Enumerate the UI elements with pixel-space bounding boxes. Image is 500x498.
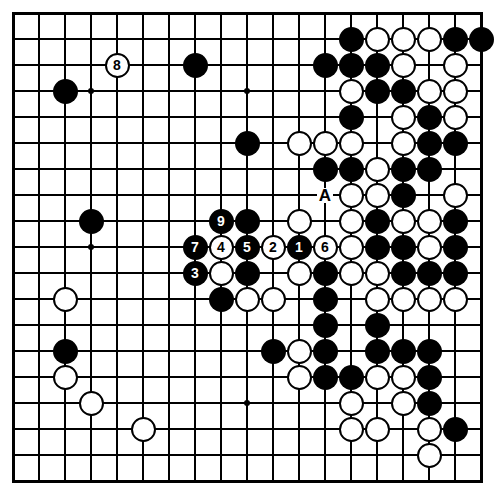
intersection-11-6[interactable] xyxy=(286,156,312,182)
intersection-8-17[interactable] xyxy=(208,442,234,468)
intersection-16-16[interactable] xyxy=(416,416,442,442)
intersection-4-18[interactable] xyxy=(104,468,130,494)
intersection-14-4[interactable] xyxy=(364,104,390,130)
intersection-15-4[interactable] xyxy=(390,104,416,130)
intersection-18-16[interactable] xyxy=(468,416,494,442)
intersection-9-8[interactable] xyxy=(234,208,260,234)
intersection-4-8[interactable] xyxy=(104,208,130,234)
intersection-9-11[interactable] xyxy=(234,286,260,312)
intersection-9-3[interactable] xyxy=(234,78,260,104)
intersection-18-12[interactable] xyxy=(468,312,494,338)
intersection-17-15[interactable] xyxy=(442,390,468,416)
intersection-7-9[interactable]: 7 xyxy=(182,234,208,260)
intersection-7-17[interactable] xyxy=(182,442,208,468)
intersection-15-10[interactable] xyxy=(390,260,416,286)
intersection-7-4[interactable] xyxy=(182,104,208,130)
intersection-10-12[interactable] xyxy=(260,312,286,338)
intersection-18-0[interactable] xyxy=(468,0,494,26)
intersection-3-5[interactable] xyxy=(78,130,104,156)
intersection-14-13[interactable] xyxy=(364,338,390,364)
intersection-14-11[interactable] xyxy=(364,286,390,312)
intersection-13-1[interactable] xyxy=(338,26,364,52)
intersection-15-18[interactable] xyxy=(390,468,416,494)
intersection-2-7[interactable] xyxy=(52,182,78,208)
intersection-2-2[interactable] xyxy=(52,52,78,78)
intersection-0-16[interactable] xyxy=(0,416,26,442)
intersection-1-0[interactable] xyxy=(26,0,52,26)
intersection-11-10[interactable] xyxy=(286,260,312,286)
intersection-0-17[interactable] xyxy=(0,442,26,468)
intersection-4-1[interactable] xyxy=(104,26,130,52)
intersection-8-6[interactable] xyxy=(208,156,234,182)
intersection-9-1[interactable] xyxy=(234,26,260,52)
intersection-8-2[interactable] xyxy=(208,52,234,78)
intersection-12-2[interactable] xyxy=(312,52,338,78)
intersection-4-13[interactable] xyxy=(104,338,130,364)
intersection-2-16[interactable] xyxy=(52,416,78,442)
intersection-0-8[interactable] xyxy=(0,208,26,234)
intersection-13-11[interactable] xyxy=(338,286,364,312)
intersection-5-17[interactable] xyxy=(130,442,156,468)
intersection-6-16[interactable] xyxy=(156,416,182,442)
intersection-3-12[interactable] xyxy=(78,312,104,338)
intersection-14-18[interactable] xyxy=(364,468,390,494)
intersection-6-14[interactable] xyxy=(156,364,182,390)
intersection-10-13[interactable] xyxy=(260,338,286,364)
intersection-1-3[interactable] xyxy=(26,78,52,104)
intersection-15-3[interactable] xyxy=(390,78,416,104)
intersection-9-12[interactable] xyxy=(234,312,260,338)
intersection-7-13[interactable] xyxy=(182,338,208,364)
intersection-11-5[interactable] xyxy=(286,130,312,156)
intersection-1-8[interactable] xyxy=(26,208,52,234)
intersection-0-6[interactable] xyxy=(0,156,26,182)
intersection-15-0[interactable] xyxy=(390,0,416,26)
intersection-17-9[interactable] xyxy=(442,234,468,260)
intersection-1-6[interactable] xyxy=(26,156,52,182)
intersection-13-8[interactable] xyxy=(338,208,364,234)
intersection-5-8[interactable] xyxy=(130,208,156,234)
intersection-11-15[interactable] xyxy=(286,390,312,416)
intersection-3-0[interactable] xyxy=(78,0,104,26)
intersection-3-1[interactable] xyxy=(78,26,104,52)
intersection-18-9[interactable] xyxy=(468,234,494,260)
intersection-0-18[interactable] xyxy=(0,468,26,494)
intersection-17-7[interactable] xyxy=(442,182,468,208)
intersection-14-15[interactable] xyxy=(364,390,390,416)
intersection-4-10[interactable] xyxy=(104,260,130,286)
intersection-8-1[interactable] xyxy=(208,26,234,52)
intersection-5-13[interactable] xyxy=(130,338,156,364)
intersection-18-14[interactable] xyxy=(468,364,494,390)
intersection-2-10[interactable] xyxy=(52,260,78,286)
intersection-2-13[interactable] xyxy=(52,338,78,364)
intersection-12-0[interactable] xyxy=(312,0,338,26)
intersection-6-1[interactable] xyxy=(156,26,182,52)
intersection-16-5[interactable] xyxy=(416,130,442,156)
intersection-3-3[interactable] xyxy=(78,78,104,104)
intersection-2-5[interactable] xyxy=(52,130,78,156)
intersection-16-6[interactable] xyxy=(416,156,442,182)
intersection-8-9[interactable]: 4 xyxy=(208,234,234,260)
intersection-1-5[interactable] xyxy=(26,130,52,156)
intersection-14-2[interactable] xyxy=(364,52,390,78)
intersection-16-11[interactable] xyxy=(416,286,442,312)
intersection-3-16[interactable] xyxy=(78,416,104,442)
intersection-0-9[interactable] xyxy=(0,234,26,260)
intersection-18-17[interactable] xyxy=(468,442,494,468)
intersection-17-3[interactable] xyxy=(442,78,468,104)
intersection-13-4[interactable] xyxy=(338,104,364,130)
intersection-9-13[interactable] xyxy=(234,338,260,364)
intersection-14-6[interactable] xyxy=(364,156,390,182)
intersection-11-18[interactable] xyxy=(286,468,312,494)
intersection-16-0[interactable] xyxy=(416,0,442,26)
intersection-9-2[interactable] xyxy=(234,52,260,78)
intersection-2-14[interactable] xyxy=(52,364,78,390)
intersection-7-14[interactable] xyxy=(182,364,208,390)
intersection-5-5[interactable] xyxy=(130,130,156,156)
intersection-13-12[interactable] xyxy=(338,312,364,338)
intersection-18-15[interactable] xyxy=(468,390,494,416)
intersection-17-12[interactable] xyxy=(442,312,468,338)
intersection-7-16[interactable] xyxy=(182,416,208,442)
intersection-9-15[interactable] xyxy=(234,390,260,416)
intersection-16-8[interactable] xyxy=(416,208,442,234)
intersection-11-17[interactable] xyxy=(286,442,312,468)
intersection-6-17[interactable] xyxy=(156,442,182,468)
intersection-10-5[interactable] xyxy=(260,130,286,156)
intersection-11-0[interactable] xyxy=(286,0,312,26)
intersection-15-5[interactable] xyxy=(390,130,416,156)
intersection-8-5[interactable] xyxy=(208,130,234,156)
intersection-11-8[interactable] xyxy=(286,208,312,234)
intersection-14-16[interactable] xyxy=(364,416,390,442)
intersection-4-15[interactable] xyxy=(104,390,130,416)
intersection-5-16[interactable] xyxy=(130,416,156,442)
intersection-12-13[interactable] xyxy=(312,338,338,364)
intersection-10-0[interactable] xyxy=(260,0,286,26)
intersection-13-6[interactable] xyxy=(338,156,364,182)
intersection-2-9[interactable] xyxy=(52,234,78,260)
intersection-8-7[interactable] xyxy=(208,182,234,208)
intersection-1-18[interactable] xyxy=(26,468,52,494)
intersection-18-7[interactable] xyxy=(468,182,494,208)
intersection-18-4[interactable] xyxy=(468,104,494,130)
intersection-4-14[interactable] xyxy=(104,364,130,390)
intersection-13-13[interactable] xyxy=(338,338,364,364)
intersection-6-2[interactable] xyxy=(156,52,182,78)
intersection-14-14[interactable] xyxy=(364,364,390,390)
intersection-1-7[interactable] xyxy=(26,182,52,208)
intersection-2-6[interactable] xyxy=(52,156,78,182)
intersection-4-4[interactable] xyxy=(104,104,130,130)
intersection-12-4[interactable] xyxy=(312,104,338,130)
intersection-15-2[interactable] xyxy=(390,52,416,78)
intersection-3-11[interactable] xyxy=(78,286,104,312)
intersection-5-0[interactable] xyxy=(130,0,156,26)
intersection-6-0[interactable] xyxy=(156,0,182,26)
intersection-10-9[interactable]: 2 xyxy=(260,234,286,260)
intersection-10-15[interactable] xyxy=(260,390,286,416)
intersection-13-14[interactable] xyxy=(338,364,364,390)
intersection-14-7[interactable] xyxy=(364,182,390,208)
intersection-17-13[interactable] xyxy=(442,338,468,364)
intersection-0-7[interactable] xyxy=(0,182,26,208)
intersection-9-6[interactable] xyxy=(234,156,260,182)
intersection-10-1[interactable] xyxy=(260,26,286,52)
intersection-11-2[interactable] xyxy=(286,52,312,78)
intersection-1-16[interactable] xyxy=(26,416,52,442)
intersection-14-0[interactable] xyxy=(364,0,390,26)
intersection-6-10[interactable] xyxy=(156,260,182,286)
intersection-0-2[interactable] xyxy=(0,52,26,78)
intersection-4-12[interactable] xyxy=(104,312,130,338)
intersection-11-13[interactable] xyxy=(286,338,312,364)
intersection-18-1[interactable] xyxy=(468,26,494,52)
intersection-18-3[interactable] xyxy=(468,78,494,104)
intersection-12-8[interactable] xyxy=(312,208,338,234)
intersection-6-11[interactable] xyxy=(156,286,182,312)
intersection-18-11[interactable] xyxy=(468,286,494,312)
intersection-8-11[interactable] xyxy=(208,286,234,312)
intersection-9-16[interactable] xyxy=(234,416,260,442)
intersection-12-11[interactable] xyxy=(312,286,338,312)
intersection-12-7[interactable]: A xyxy=(312,182,338,208)
intersection-4-6[interactable] xyxy=(104,156,130,182)
intersection-6-4[interactable] xyxy=(156,104,182,130)
intersection-13-10[interactable] xyxy=(338,260,364,286)
intersection-18-5[interactable] xyxy=(468,130,494,156)
intersection-1-9[interactable] xyxy=(26,234,52,260)
intersection-13-18[interactable] xyxy=(338,468,364,494)
intersection-15-15[interactable] xyxy=(390,390,416,416)
intersection-10-16[interactable] xyxy=(260,416,286,442)
intersection-6-9[interactable] xyxy=(156,234,182,260)
intersection-5-12[interactable] xyxy=(130,312,156,338)
intersection-15-16[interactable] xyxy=(390,416,416,442)
intersection-4-0[interactable] xyxy=(104,0,130,26)
intersection-7-1[interactable] xyxy=(182,26,208,52)
intersection-5-9[interactable] xyxy=(130,234,156,260)
intersection-16-2[interactable] xyxy=(416,52,442,78)
intersection-9-9[interactable]: 5 xyxy=(234,234,260,260)
intersection-4-5[interactable] xyxy=(104,130,130,156)
intersection-10-4[interactable] xyxy=(260,104,286,130)
intersection-17-11[interactable] xyxy=(442,286,468,312)
intersection-1-13[interactable] xyxy=(26,338,52,364)
intersection-14-3[interactable] xyxy=(364,78,390,104)
intersection-14-10[interactable] xyxy=(364,260,390,286)
intersection-7-2[interactable] xyxy=(182,52,208,78)
intersection-7-3[interactable] xyxy=(182,78,208,104)
intersection-11-16[interactable] xyxy=(286,416,312,442)
intersection-12-17[interactable] xyxy=(312,442,338,468)
intersection-16-4[interactable] xyxy=(416,104,442,130)
intersection-4-3[interactable] xyxy=(104,78,130,104)
intersection-7-7[interactable] xyxy=(182,182,208,208)
intersection-11-4[interactable] xyxy=(286,104,312,130)
intersection-12-18[interactable] xyxy=(312,468,338,494)
intersection-12-5[interactable] xyxy=(312,130,338,156)
intersection-7-10[interactable]: 3 xyxy=(182,260,208,286)
intersection-3-13[interactable] xyxy=(78,338,104,364)
intersection-1-12[interactable] xyxy=(26,312,52,338)
intersection-16-9[interactable] xyxy=(416,234,442,260)
intersection-17-10[interactable] xyxy=(442,260,468,286)
intersection-13-0[interactable] xyxy=(338,0,364,26)
intersection-9-5[interactable] xyxy=(234,130,260,156)
intersection-15-1[interactable] xyxy=(390,26,416,52)
intersection-8-14[interactable] xyxy=(208,364,234,390)
intersection-16-10[interactable] xyxy=(416,260,442,286)
intersection-3-17[interactable] xyxy=(78,442,104,468)
intersection-6-8[interactable] xyxy=(156,208,182,234)
intersection-7-18[interactable] xyxy=(182,468,208,494)
intersection-13-5[interactable] xyxy=(338,130,364,156)
intersection-4-11[interactable] xyxy=(104,286,130,312)
intersection-3-15[interactable] xyxy=(78,390,104,416)
intersection-7-6[interactable] xyxy=(182,156,208,182)
intersection-0-1[interactable] xyxy=(0,26,26,52)
intersection-10-3[interactable] xyxy=(260,78,286,104)
intersection-13-9[interactable] xyxy=(338,234,364,260)
intersection-10-11[interactable] xyxy=(260,286,286,312)
intersection-1-14[interactable] xyxy=(26,364,52,390)
intersection-16-3[interactable] xyxy=(416,78,442,104)
intersection-1-10[interactable] xyxy=(26,260,52,286)
intersection-10-10[interactable] xyxy=(260,260,286,286)
intersection-11-9[interactable]: 1 xyxy=(286,234,312,260)
intersection-3-10[interactable] xyxy=(78,260,104,286)
intersection-0-12[interactable] xyxy=(0,312,26,338)
intersection-12-16[interactable] xyxy=(312,416,338,442)
intersection-3-6[interactable] xyxy=(78,156,104,182)
intersection-11-12[interactable] xyxy=(286,312,312,338)
intersection-10-8[interactable] xyxy=(260,208,286,234)
intersection-7-15[interactable] xyxy=(182,390,208,416)
intersection-1-2[interactable] xyxy=(26,52,52,78)
intersection-17-17[interactable] xyxy=(442,442,468,468)
intersection-15-13[interactable] xyxy=(390,338,416,364)
intersection-16-12[interactable] xyxy=(416,312,442,338)
intersection-2-8[interactable] xyxy=(52,208,78,234)
intersection-14-17[interactable] xyxy=(364,442,390,468)
intersection-6-15[interactable] xyxy=(156,390,182,416)
intersection-12-12[interactable] xyxy=(312,312,338,338)
intersection-14-1[interactable] xyxy=(364,26,390,52)
intersection-7-5[interactable] xyxy=(182,130,208,156)
intersection-14-8[interactable] xyxy=(364,208,390,234)
intersection-13-17[interactable] xyxy=(338,442,364,468)
intersection-6-3[interactable] xyxy=(156,78,182,104)
intersection-6-13[interactable] xyxy=(156,338,182,364)
intersection-1-11[interactable] xyxy=(26,286,52,312)
intersection-4-7[interactable] xyxy=(104,182,130,208)
intersection-8-13[interactable] xyxy=(208,338,234,364)
intersection-17-8[interactable] xyxy=(442,208,468,234)
intersection-5-11[interactable] xyxy=(130,286,156,312)
intersection-16-7[interactable] xyxy=(416,182,442,208)
intersection-9-18[interactable] xyxy=(234,468,260,494)
intersection-9-7[interactable] xyxy=(234,182,260,208)
intersection-14-5[interactable] xyxy=(364,130,390,156)
intersection-3-14[interactable] xyxy=(78,364,104,390)
intersection-13-16[interactable] xyxy=(338,416,364,442)
intersection-2-12[interactable] xyxy=(52,312,78,338)
intersection-18-6[interactable] xyxy=(468,156,494,182)
intersection-12-1[interactable] xyxy=(312,26,338,52)
intersection-11-11[interactable] xyxy=(286,286,312,312)
intersection-6-12[interactable] xyxy=(156,312,182,338)
intersection-16-17[interactable] xyxy=(416,442,442,468)
intersection-8-3[interactable] xyxy=(208,78,234,104)
intersection-11-7[interactable] xyxy=(286,182,312,208)
intersection-16-13[interactable] xyxy=(416,338,442,364)
intersection-15-6[interactable] xyxy=(390,156,416,182)
intersection-16-18[interactable] xyxy=(416,468,442,494)
intersection-0-14[interactable] xyxy=(0,364,26,390)
intersection-11-1[interactable] xyxy=(286,26,312,52)
intersection-18-8[interactable] xyxy=(468,208,494,234)
intersection-8-10[interactable] xyxy=(208,260,234,286)
intersection-9-10[interactable] xyxy=(234,260,260,286)
intersection-6-18[interactable] xyxy=(156,468,182,494)
intersection-1-1[interactable] xyxy=(26,26,52,52)
intersection-8-18[interactable] xyxy=(208,468,234,494)
intersection-12-15[interactable] xyxy=(312,390,338,416)
intersection-17-1[interactable] xyxy=(442,26,468,52)
intersection-5-10[interactable] xyxy=(130,260,156,286)
intersection-4-17[interactable] xyxy=(104,442,130,468)
intersection-18-13[interactable] xyxy=(468,338,494,364)
intersection-5-15[interactable] xyxy=(130,390,156,416)
intersection-0-0[interactable] xyxy=(0,0,26,26)
intersection-14-12[interactable] xyxy=(364,312,390,338)
intersection-16-1[interactable] xyxy=(416,26,442,52)
intersection-5-3[interactable] xyxy=(130,78,156,104)
intersection-3-7[interactable] xyxy=(78,182,104,208)
intersection-6-5[interactable] xyxy=(156,130,182,156)
intersection-12-10[interactable] xyxy=(312,260,338,286)
intersection-8-0[interactable] xyxy=(208,0,234,26)
intersection-11-14[interactable] xyxy=(286,364,312,390)
intersection-15-8[interactable] xyxy=(390,208,416,234)
intersection-0-4[interactable] xyxy=(0,104,26,130)
intersection-10-14[interactable] xyxy=(260,364,286,390)
intersection-3-4[interactable] xyxy=(78,104,104,130)
intersection-2-3[interactable] xyxy=(52,78,78,104)
intersection-9-0[interactable] xyxy=(234,0,260,26)
intersection-7-8[interactable] xyxy=(182,208,208,234)
intersection-0-11[interactable] xyxy=(0,286,26,312)
intersection-0-15[interactable] xyxy=(0,390,26,416)
intersection-8-8[interactable]: 9 xyxy=(208,208,234,234)
intersection-17-2[interactable] xyxy=(442,52,468,78)
intersection-15-14[interactable] xyxy=(390,364,416,390)
intersection-8-16[interactable] xyxy=(208,416,234,442)
intersection-4-16[interactable] xyxy=(104,416,130,442)
intersection-0-10[interactable] xyxy=(0,260,26,286)
intersection-17-4[interactable] xyxy=(442,104,468,130)
intersection-15-17[interactable] xyxy=(390,442,416,468)
intersection-5-4[interactable] xyxy=(130,104,156,130)
intersection-9-4[interactable] xyxy=(234,104,260,130)
intersection-12-14[interactable] xyxy=(312,364,338,390)
intersection-7-12[interactable] xyxy=(182,312,208,338)
intersection-3-9[interactable] xyxy=(78,234,104,260)
intersection-6-7[interactable] xyxy=(156,182,182,208)
